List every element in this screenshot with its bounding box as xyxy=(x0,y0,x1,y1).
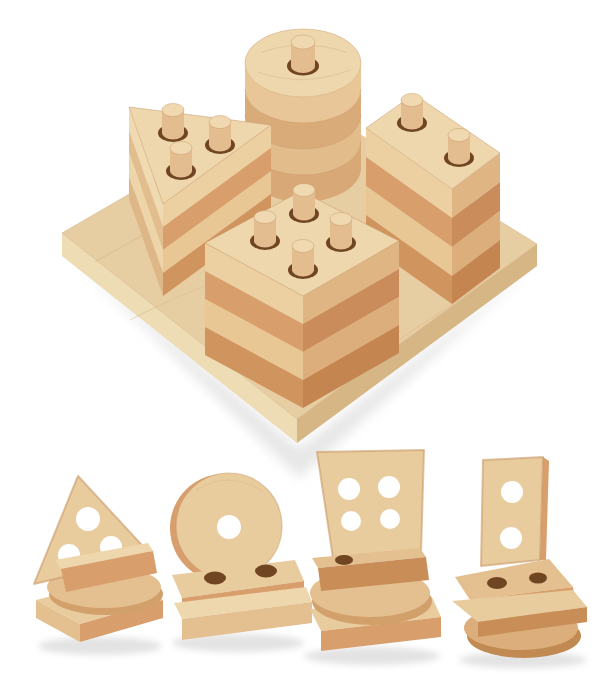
peg-cap xyxy=(401,94,423,107)
peg-cap xyxy=(162,104,184,117)
peg xyxy=(289,184,319,224)
loose-group-square xyxy=(304,450,441,665)
peg-cap xyxy=(292,240,314,253)
peg xyxy=(444,129,474,168)
product-photo xyxy=(0,0,600,674)
hole-opening xyxy=(204,572,226,585)
rectangle-piece-standing xyxy=(481,457,543,566)
peg xyxy=(287,35,319,76)
peg-cap xyxy=(254,211,276,224)
through-hole xyxy=(338,478,360,500)
assembled-view xyxy=(62,29,537,478)
peg xyxy=(166,142,196,181)
peg-cap xyxy=(209,116,231,129)
peg xyxy=(205,116,235,155)
hole-opening xyxy=(529,573,547,584)
peg-cap xyxy=(293,184,315,197)
square-piece-standing xyxy=(317,450,424,558)
through-hole xyxy=(378,476,400,498)
peg-cap xyxy=(291,35,315,49)
through-hole xyxy=(76,507,100,531)
hole-opening xyxy=(255,565,277,578)
peg xyxy=(158,104,188,143)
loose-group-rectangle xyxy=(452,457,587,668)
peg xyxy=(250,211,280,251)
peg xyxy=(326,213,356,253)
group-shadow xyxy=(38,637,162,655)
peg-cap xyxy=(170,142,192,155)
through-hole xyxy=(341,511,361,531)
shape-sorter-illustration xyxy=(0,0,600,674)
peg-cap xyxy=(330,213,352,226)
through-hole xyxy=(380,509,400,529)
through-hole xyxy=(501,481,523,503)
loose-group-triangle xyxy=(34,476,163,655)
hole-opening xyxy=(487,577,507,589)
peg-cap xyxy=(448,129,470,142)
through-hole xyxy=(217,515,241,539)
loose-group-circle xyxy=(170,473,312,652)
peg xyxy=(288,240,318,280)
hole-opening xyxy=(335,555,353,565)
through-hole xyxy=(500,527,522,549)
disassembled-view xyxy=(34,450,587,668)
peg xyxy=(397,94,427,133)
